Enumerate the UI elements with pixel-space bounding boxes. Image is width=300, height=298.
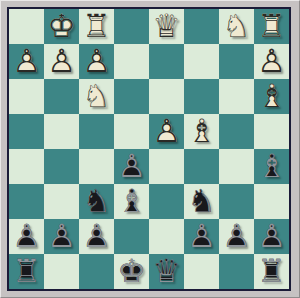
piece-black-knight[interactable]: ♞♘ (79, 184, 114, 219)
square-f1[interactable]: ♜♖ (79, 9, 114, 44)
square-d8[interactable]: ♛♕ (149, 254, 184, 289)
white-rook-outline: ♖ (79, 9, 114, 44)
square-d2[interactable] (149, 44, 184, 79)
square-b7[interactable]: ♟♙ (219, 219, 254, 254)
square-c5[interactable] (184, 149, 219, 184)
square-b4[interactable] (219, 114, 254, 149)
white-bishop-outline: ♗ (254, 79, 289, 114)
white-pawn-outline: ♙ (254, 44, 289, 79)
square-e6[interactable]: ♝♗ (114, 184, 149, 219)
piece-black-knight[interactable]: ♞♘ (184, 184, 219, 219)
square-h1[interactable] (9, 9, 44, 44)
square-a7[interactable]: ♟♙ (254, 219, 289, 254)
piece-black-pawn[interactable]: ♟♙ (79, 219, 114, 254)
piece-white-rook[interactable]: ♜♖ (254, 9, 289, 44)
white-king-outline: ♔ (44, 9, 79, 44)
black-pawn-outline: ♙ (184, 219, 219, 254)
piece-white-pawn[interactable]: ♟♙ (149, 114, 184, 149)
black-bishop-outline: ♗ (114, 184, 149, 219)
square-c4[interactable]: ♝♗ (184, 114, 219, 149)
square-b2[interactable] (219, 44, 254, 79)
piece-white-pawn[interactable]: ♟♙ (254, 44, 289, 79)
square-e3[interactable] (114, 79, 149, 114)
square-c2[interactable] (184, 44, 219, 79)
square-h4[interactable] (9, 114, 44, 149)
square-g7[interactable]: ♟♙ (44, 219, 79, 254)
square-e5[interactable]: ♟♙ (114, 149, 149, 184)
square-f8[interactable] (79, 254, 114, 289)
black-king-outline: ♔ (114, 254, 149, 289)
square-a2[interactable]: ♟♙ (254, 44, 289, 79)
square-c3[interactable] (184, 79, 219, 114)
square-h3[interactable] (9, 79, 44, 114)
black-pawn-outline: ♙ (44, 219, 79, 254)
piece-black-pawn[interactable]: ♟♙ (254, 219, 289, 254)
square-f6[interactable]: ♞♘ (79, 184, 114, 219)
piece-black-bishop[interactable]: ♝♗ (114, 184, 149, 219)
piece-white-bishop[interactable]: ♝♗ (184, 114, 219, 149)
piece-white-queen[interactable]: ♛♕ (149, 9, 184, 44)
piece-white-king[interactable]: ♚♔ (44, 9, 79, 44)
piece-black-bishop[interactable]: ♝♗ (254, 149, 289, 184)
square-a6[interactable] (254, 184, 289, 219)
white-bishop-outline: ♗ (184, 114, 219, 149)
square-a1[interactable]: ♜♖ (254, 9, 289, 44)
piece-white-knight[interactable]: ♞♘ (219, 9, 254, 44)
square-e2[interactable] (114, 44, 149, 79)
square-g6[interactable] (44, 184, 79, 219)
piece-black-pawn[interactable]: ♟♙ (219, 219, 254, 254)
square-e7[interactable] (114, 219, 149, 254)
white-pawn-outline: ♙ (149, 114, 184, 149)
piece-white-rook[interactable]: ♜♖ (79, 9, 114, 44)
square-a8[interactable]: ♜♖ (254, 254, 289, 289)
black-bishop-outline: ♗ (254, 149, 289, 184)
square-h8[interactable]: ♜♖ (9, 254, 44, 289)
piece-black-pawn[interactable]: ♟♙ (114, 149, 149, 184)
square-d4[interactable]: ♟♙ (149, 114, 184, 149)
piece-black-pawn[interactable]: ♟♙ (9, 219, 44, 254)
square-a4[interactable] (254, 114, 289, 149)
piece-white-bishop[interactable]: ♝♗ (254, 79, 289, 114)
square-e8[interactable]: ♚♔ (114, 254, 149, 289)
square-h7[interactable]: ♟♙ (9, 219, 44, 254)
black-knight-outline: ♘ (184, 184, 219, 219)
square-d7[interactable] (149, 219, 184, 254)
white-knight-outline: ♘ (79, 79, 114, 114)
square-h5[interactable] (9, 149, 44, 184)
black-knight-outline: ♘ (79, 184, 114, 219)
piece-black-king[interactable]: ♚♔ (114, 254, 149, 289)
black-pawn-outline: ♙ (114, 149, 149, 184)
square-f3[interactable]: ♞♘ (79, 79, 114, 114)
square-g2[interactable]: ♟♙ (44, 44, 79, 79)
black-pawn-outline: ♙ (79, 219, 114, 254)
square-d5[interactable] (149, 149, 184, 184)
white-pawn-outline: ♙ (79, 44, 114, 79)
square-b3[interactable] (219, 79, 254, 114)
square-g3[interactable] (44, 79, 79, 114)
square-b8[interactable] (219, 254, 254, 289)
square-d6[interactable] (149, 184, 184, 219)
black-pawn-outline: ♙ (9, 219, 44, 254)
square-f7[interactable]: ♟♙ (79, 219, 114, 254)
square-c6[interactable]: ♞♘ (184, 184, 219, 219)
square-a3[interactable]: ♝♗ (254, 79, 289, 114)
square-f2[interactable]: ♟♙ (79, 44, 114, 79)
black-rook-outline: ♖ (9, 254, 44, 289)
square-f5[interactable] (79, 149, 114, 184)
square-c7[interactable]: ♟♙ (184, 219, 219, 254)
white-knight-outline: ♘ (219, 9, 254, 44)
square-d1[interactable]: ♛♕ (149, 9, 184, 44)
square-h2[interactable]: ♟♙ (9, 44, 44, 79)
square-g1[interactable]: ♚♔ (44, 9, 79, 44)
piece-black-queen[interactable]: ♛♕ (149, 254, 184, 289)
square-a5[interactable]: ♝♗ (254, 149, 289, 184)
square-e1[interactable] (114, 9, 149, 44)
chess-board: ♚♔♜♖♛♕♞♘♜♖♟♙♟♙♟♙♟♙♞♘♝♗♟♙♝♗♟♙♝♗♞♘♝♗♞♘♟♙♟♙… (7, 7, 291, 291)
square-e4[interactable] (114, 114, 149, 149)
piece-black-pawn[interactable]: ♟♙ (184, 219, 219, 254)
white-pawn-outline: ♙ (9, 44, 44, 79)
piece-black-rook[interactable]: ♜♖ (254, 254, 289, 289)
square-d3[interactable] (149, 79, 184, 114)
white-rook-outline: ♖ (254, 9, 289, 44)
square-g5[interactable] (44, 149, 79, 184)
square-b6[interactable] (219, 184, 254, 219)
piece-white-pawn[interactable]: ♟♙ (9, 44, 44, 79)
piece-white-knight[interactable]: ♞♘ (79, 79, 114, 114)
black-queen-outline: ♕ (149, 254, 184, 289)
piece-black-rook[interactable]: ♜♖ (9, 254, 44, 289)
square-g8[interactable] (44, 254, 79, 289)
square-g4[interactable] (44, 114, 79, 149)
piece-white-pawn[interactable]: ♟♙ (44, 44, 79, 79)
black-pawn-outline: ♙ (219, 219, 254, 254)
piece-white-pawn[interactable]: ♟♙ (79, 44, 114, 79)
black-rook-outline: ♖ (254, 254, 289, 289)
piece-black-pawn[interactable]: ♟♙ (44, 219, 79, 254)
white-pawn-outline: ♙ (44, 44, 79, 79)
square-b5[interactable] (219, 149, 254, 184)
black-pawn-outline: ♙ (254, 219, 289, 254)
square-c8[interactable] (184, 254, 219, 289)
square-h6[interactable] (9, 184, 44, 219)
square-c1[interactable] (184, 9, 219, 44)
square-f4[interactable] (79, 114, 114, 149)
square-b1[interactable]: ♞♘ (219, 9, 254, 44)
white-queen-outline: ♕ (149, 9, 184, 44)
chess-board-window: ♚♔♜♖♛♕♞♘♜♖♟♙♟♙♟♙♟♙♞♘♝♗♟♙♝♗♟♙♝♗♞♘♝♗♞♘♟♙♟♙… (0, 0, 300, 298)
